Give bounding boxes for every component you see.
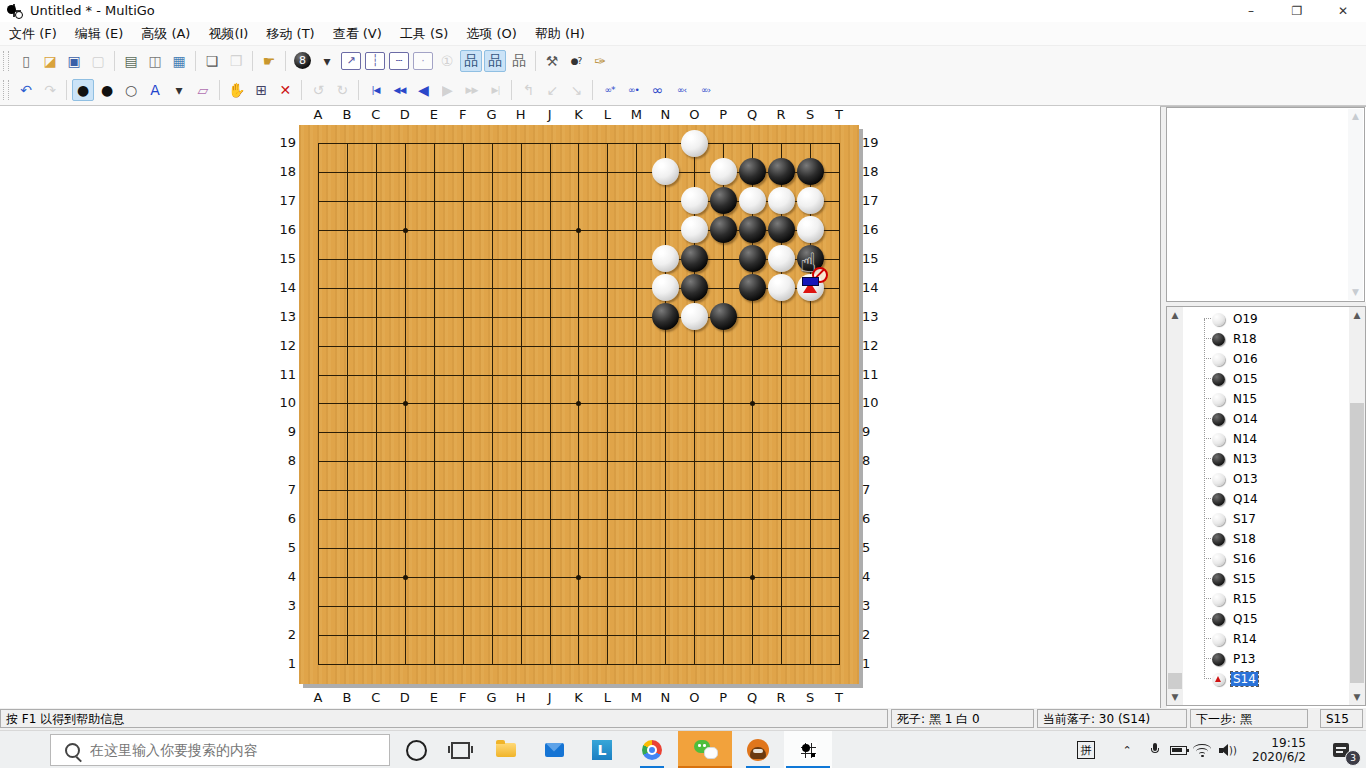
- coord-label: 3: [862, 598, 892, 613]
- coord-label: 4: [862, 569, 892, 584]
- coord-label: P: [715, 107, 731, 122]
- print-preview-button[interactable]: ◫: [144, 50, 166, 72]
- move-item-R14[interactable]: R14: [1183, 629, 1257, 649]
- menu-item-6[interactable]: 工具 (S): [391, 23, 458, 45]
- coord-label: 13: [262, 309, 296, 324]
- move-item-Q14[interactable]: Q14: [1183, 489, 1258, 509]
- coord-label: 8: [862, 453, 892, 468]
- comment-scrollbar[interactable]: ▲ ▼: [1348, 109, 1363, 300]
- coord-label: 4: [262, 569, 296, 584]
- coord-label: 13: [862, 309, 892, 324]
- coord-label: D: [397, 107, 413, 122]
- black-stone-icon: [1212, 613, 1225, 626]
- label-tool[interactable]: A: [144, 79, 166, 101]
- coord-label: 8: [262, 453, 296, 468]
- coord-label: R: [773, 690, 789, 705]
- clock[interactable]: 19:15 2020/6/2: [1240, 731, 1318, 768]
- move-item-O13[interactable]: O13: [1183, 469, 1258, 489]
- paste-button[interactable]: ❒: [225, 50, 247, 72]
- toolbar-separator: [535, 51, 536, 71]
- move-item-N13[interactable]: N13: [1183, 449, 1257, 469]
- nav-back-button[interactable]: ◀: [412, 79, 434, 101]
- title-bar: Untitled * - MultiGo – ❐ ✕: [0, 0, 1366, 22]
- move-item-O19[interactable]: O19: [1183, 309, 1258, 329]
- microphone-tray-button[interactable]: [1144, 731, 1166, 768]
- wechat-button[interactable]: [678, 731, 732, 768]
- move-tree-panel[interactable]: ▲ ▼ O19R18O16O15N15O14N14N13O13Q14S17S18…: [1166, 306, 1366, 706]
- scroll-up-icon[interactable]: ▲: [1348, 109, 1363, 124]
- stone-P13[interactable]: [710, 303, 737, 330]
- print-button[interactable]: ▤: [120, 50, 142, 72]
- coord-label: 18: [862, 164, 892, 179]
- stone-O14[interactable]: [681, 274, 708, 301]
- tree-connector: [1204, 678, 1211, 680]
- move-label: N13: [1233, 452, 1257, 466]
- coord-label: 15: [262, 251, 296, 266]
- grid-line: [839, 143, 840, 665]
- move-label: N14: [1233, 432, 1257, 446]
- move-label: S18: [1233, 532, 1256, 546]
- coord-label: R: [773, 107, 789, 122]
- cursor-blue-band: [802, 277, 819, 286]
- tools-button[interactable]: ⚒: [541, 50, 563, 72]
- find-button[interactable]: ∞: [646, 79, 668, 101]
- search-input[interactable]: [88, 741, 362, 759]
- task-view-button[interactable]: [440, 731, 480, 768]
- wechat-icon: [694, 740, 716, 760]
- toolbar-separator: [285, 51, 286, 71]
- volume-tray-button[interactable]: )): [1214, 731, 1240, 768]
- tray-time: 19:15: [1252, 736, 1306, 750]
- tree-connector: [1204, 478, 1211, 480]
- grid-line: [318, 490, 840, 491]
- board-half-vertical-button[interactable]: ┆: [365, 52, 385, 70]
- black-stone-icon: [1212, 493, 1225, 506]
- multigo-board-icon: [800, 742, 817, 759]
- coord-label: J: [542, 107, 558, 122]
- coord-label: 1: [262, 656, 296, 671]
- tree-connector: [1204, 418, 1211, 420]
- tree-connector: [1204, 498, 1211, 500]
- tree-connector: [1204, 598, 1211, 600]
- stone-R16[interactable]: [768, 216, 795, 243]
- move-item-N14[interactable]: N14: [1183, 429, 1257, 449]
- toolbar-standard: ▯◪▣▢▤◫▦❏❒☛8▾↗┆┄·①品品品⚒●?✑: [0, 46, 1366, 75]
- star-point: [576, 228, 581, 233]
- coord-label: L: [599, 107, 615, 122]
- move-label: S17: [1233, 512, 1256, 526]
- move-number-dropdown[interactable]: ▾: [316, 50, 338, 72]
- open-file-button[interactable]: ◪: [39, 50, 61, 72]
- move-label: R18: [1233, 332, 1257, 346]
- move-label: S15: [1233, 572, 1256, 586]
- grid-line: [318, 664, 840, 665]
- start-button[interactable]: [0, 731, 48, 768]
- black-stone-icon: [1212, 533, 1225, 546]
- multigo-taskbar-button[interactable]: [784, 731, 832, 768]
- white-stone-icon: [1212, 353, 1225, 366]
- white-stone-icon: [1212, 313, 1225, 326]
- taskbar-search[interactable]: [50, 734, 390, 766]
- toolbar-separator: [114, 51, 115, 71]
- grid-line: [318, 606, 840, 607]
- monkey-app-button[interactable]: [736, 731, 780, 768]
- stone-P18[interactable]: [710, 158, 737, 185]
- toolbar-separator: [592, 80, 593, 100]
- move-item-S18[interactable]: S18: [1183, 529, 1256, 549]
- coord-label: 5: [262, 540, 296, 555]
- move-item-O16[interactable]: O16: [1183, 349, 1258, 369]
- coord-label: 9: [862, 424, 892, 439]
- stone-R18[interactable]: [768, 158, 795, 185]
- scroll-up-icon[interactable]: ▲: [1167, 307, 1183, 323]
- scroll-up-icon[interactable]: ▲: [1349, 307, 1365, 323]
- move-label: O19: [1233, 312, 1258, 326]
- coord-label: 14: [262, 280, 296, 295]
- status-help-text: 按 F1 以得到帮助信息: [0, 709, 888, 728]
- notification-center-button[interactable]: 3: [1320, 731, 1362, 768]
- context-help-button[interactable]: ●?: [565, 50, 587, 72]
- nav-last-button[interactable]: ▶|: [484, 79, 506, 101]
- white-stone-icon: [1212, 633, 1225, 646]
- notification-badge: 3: [1345, 750, 1361, 766]
- black-stone-icon: [1212, 453, 1225, 466]
- undo-button[interactable]: ↶: [15, 79, 37, 101]
- menu-item-1[interactable]: 编辑 (E): [66, 23, 133, 45]
- scroll-down-icon[interactable]: ▼: [1348, 285, 1363, 300]
- menu-item-2[interactable]: 高级 (A): [132, 23, 199, 45]
- coord-label: 5: [862, 540, 892, 555]
- grid-line: [318, 519, 840, 520]
- stone-R14[interactable]: [768, 274, 795, 301]
- stone-P16[interactable]: [710, 216, 737, 243]
- folder-icon: [496, 743, 516, 757]
- coord-label: H: [513, 690, 529, 705]
- tree-connector: [1204, 458, 1211, 460]
- maximize-button[interactable]: ❐: [1274, 0, 1320, 22]
- speaker-icon: )): [1219, 744, 1235, 757]
- chevron-up-icon: ⌃: [1122, 744, 1131, 757]
- save-button[interactable]: ▣: [63, 50, 85, 72]
- white-stone-icon: [1212, 393, 1225, 406]
- menu-item-3[interactable]: 视频(I): [199, 23, 257, 45]
- toolbar-separator: [66, 80, 67, 100]
- nav-forward-fast-button[interactable]: ▶▶: [460, 79, 482, 101]
- move-item-Q15[interactable]: Q15: [1183, 609, 1258, 629]
- tree-connector: [1204, 538, 1211, 540]
- branch-prev-button[interactable]: ↙: [541, 79, 563, 101]
- stone-O16[interactable]: [681, 216, 708, 243]
- coord-label: O: [686, 690, 702, 705]
- nav-first-button[interactable]: |◀: [364, 79, 386, 101]
- stone-S17[interactable]: [797, 187, 824, 214]
- alternate-move-tool[interactable]: ●: [72, 79, 94, 101]
- new-file-button[interactable]: ▯: [15, 50, 37, 72]
- star-point: [750, 575, 755, 580]
- copy-button[interactable]: ❏: [201, 50, 223, 72]
- move-number-toggle[interactable]: 8: [291, 50, 314, 72]
- stone-Q17[interactable]: [739, 187, 766, 214]
- tray-expand-button[interactable]: ⌃: [1114, 731, 1140, 768]
- stone-O15[interactable]: [681, 245, 708, 272]
- move-item-N15[interactable]: N15: [1183, 389, 1257, 409]
- coord-label: P: [715, 690, 731, 705]
- coord-label: 11: [862, 367, 892, 382]
- wifi-icon: [1193, 744, 1211, 757]
- stone-Q18[interactable]: [739, 158, 766, 185]
- coord-label: K: [570, 107, 586, 122]
- grid-line: [318, 635, 840, 636]
- move-item-O15[interactable]: O15: [1183, 369, 1258, 389]
- cortana-icon: [406, 740, 427, 761]
- tree-connector: [1204, 358, 1211, 360]
- coord-label: K: [570, 690, 586, 705]
- find-next-button[interactable]: ∞›: [694, 79, 716, 101]
- scrollbar-thumb[interactable]: [1168, 673, 1182, 689]
- coord-label: 1: [862, 656, 892, 671]
- status-current-move: 当前落子: 30 (S14): [1037, 709, 1187, 728]
- menu-item-5[interactable]: 查看 (V): [324, 23, 391, 45]
- coord-label: O: [686, 107, 702, 122]
- menu-item-7[interactable]: 选项 (O): [457, 23, 526, 45]
- star-point: [750, 401, 755, 406]
- stone-O17[interactable]: [681, 187, 708, 214]
- minimize-button[interactable]: –: [1228, 0, 1274, 22]
- pan-tool[interactable]: ✋: [225, 79, 248, 101]
- ime-indicator[interactable]: 拼: [1072, 731, 1100, 768]
- find-move-number-button[interactable]: ∞*: [598, 79, 620, 101]
- stone-N14[interactable]: [652, 274, 679, 301]
- grid-line: [665, 143, 666, 665]
- close-button[interactable]: ✕: [1320, 0, 1366, 22]
- coord-label: 19: [862, 135, 892, 150]
- stone-S16[interactable]: [797, 216, 824, 243]
- show-move-one-button[interactable]: ①: [436, 50, 458, 72]
- triangle-marker-icon: [1215, 676, 1221, 682]
- coord-label: 19: [262, 135, 296, 150]
- coord-label: N: [657, 690, 673, 705]
- l-app-button[interactable]: L: [582, 731, 622, 768]
- star-point: [403, 575, 408, 580]
- coord-label: 14: [862, 280, 892, 295]
- move-item-R15[interactable]: R15: [1183, 589, 1257, 609]
- move-label: P13: [1233, 652, 1256, 666]
- menu-item-4[interactable]: 移动 (T): [257, 23, 323, 45]
- move-item-O14[interactable]: O14: [1183, 409, 1258, 429]
- multigo-app-icon[interactable]: [6, 3, 22, 19]
- coord-label: E: [426, 107, 442, 122]
- coord-label: T: [831, 690, 847, 705]
- wifi-tray-button[interactable]: [1190, 731, 1214, 768]
- tree-connector: [1204, 378, 1211, 380]
- toolbar-separator: [252, 51, 253, 71]
- move-list[interactable]: O19R18O16O15N15O14N14N13O13Q14S17S18S16S…: [1183, 307, 1349, 705]
- game-info-button[interactable]: ☛: [258, 50, 280, 72]
- board-half-horizontal-button[interactable]: ┄: [389, 52, 409, 70]
- coord-label: G: [484, 107, 500, 122]
- toolbar-grip[interactable]: [3, 51, 9, 71]
- coord-label: J: [542, 690, 558, 705]
- rotate-right-button[interactable]: ↻: [331, 79, 353, 101]
- star-point: [576, 401, 581, 406]
- label-dropdown[interactable]: ▾: [168, 79, 190, 101]
- status-next-player: 下一步: 黑: [1190, 709, 1308, 728]
- coord-label: 12: [862, 338, 892, 353]
- stone-N13[interactable]: [652, 303, 679, 330]
- toolbar-grip[interactable]: [3, 80, 9, 100]
- stone-Q16[interactable]: [739, 216, 766, 243]
- white-stone-icon: [1212, 593, 1225, 606]
- white-stone-tool[interactable]: ○: [120, 79, 142, 101]
- tree-left-scrollbar[interactable]: ▲ ▼: [1167, 307, 1183, 705]
- star-point: [403, 401, 408, 406]
- goto-move-button[interactable]: ↗: [341, 52, 361, 70]
- black-stone-tool[interactable]: ●: [96, 79, 118, 101]
- scrollbar-thumb[interactable]: [1350, 403, 1364, 683]
- move-label: R14: [1233, 632, 1257, 646]
- status-hover-point: S15: [1320, 709, 1363, 728]
- coord-label: C: [368, 107, 384, 122]
- coord-label: 11: [262, 367, 296, 382]
- move-item-P13[interactable]: P13: [1183, 649, 1256, 669]
- coord-label: 9: [262, 424, 296, 439]
- monkey-app-icon: [747, 739, 769, 761]
- branch-up-button[interactable]: ↰: [517, 79, 539, 101]
- coord-label: C: [368, 690, 384, 705]
- move-item-S14[interactable]: S14: [1183, 669, 1258, 689]
- tree-layout-toggle[interactable]: 品: [484, 50, 506, 72]
- move-number-toggle-icon: 8: [294, 52, 311, 69]
- coord-label: 7: [862, 482, 892, 497]
- battery-icon: [1170, 746, 1187, 755]
- nav-forward-button[interactable]: ▶: [436, 79, 458, 101]
- white-stone-icon: [1212, 473, 1225, 486]
- move-label: O16: [1233, 352, 1258, 366]
- move-label: O13: [1233, 472, 1258, 486]
- stone-Q15[interactable]: [739, 245, 766, 272]
- grid-line: [318, 461, 840, 462]
- board-quarter-button[interactable]: ·: [413, 52, 433, 70]
- tree-connector: [1204, 558, 1211, 560]
- black-stone-icon: [1212, 333, 1225, 346]
- coord-label: 10: [862, 395, 892, 410]
- toolbar-separator: [511, 80, 512, 100]
- cleanup-button[interactable]: ✑: [589, 50, 611, 72]
- microphone-icon: [1151, 743, 1159, 757]
- tree-connector: [1204, 398, 1211, 400]
- move-label: Q14: [1233, 492, 1258, 506]
- eraser-tool[interactable]: ▱: [192, 79, 214, 101]
- move-item-R18[interactable]: R18: [1183, 329, 1257, 349]
- setup-position-tool[interactable]: ⊞: [250, 79, 272, 101]
- tree-compact-button[interactable]: 品: [508, 50, 530, 72]
- coord-label: 12: [262, 338, 296, 353]
- save-as-button[interactable]: ▢: [87, 50, 109, 72]
- stone-N15[interactable]: [652, 245, 679, 272]
- coord-label: S: [802, 107, 818, 122]
- toolbar-edit-navigate: ↶↷●●○A▾▱✋⊞✕↺↻|◀◀◀◀▶▶▶▶|↰↙↘∞*∞•∞∞‹∞›: [0, 75, 1366, 106]
- tree-pane-toggle[interactable]: 品: [460, 50, 482, 72]
- stone-O19[interactable]: [681, 130, 708, 157]
- coord-label: 3: [262, 598, 296, 613]
- file-explorer-button[interactable]: [486, 731, 526, 768]
- coord-label: 6: [862, 511, 892, 526]
- grid-line: [636, 143, 637, 665]
- coord-label: 17: [262, 193, 296, 208]
- stone-Q14[interactable]: [739, 274, 766, 301]
- menu-item-8[interactable]: 帮助 (H): [526, 23, 594, 45]
- move-item-S16[interactable]: S16: [1183, 549, 1256, 569]
- stone-P17[interactable]: [710, 187, 737, 214]
- export-image-button[interactable]: ▦: [168, 50, 190, 72]
- move-item-S17[interactable]: S17: [1183, 509, 1256, 529]
- stone-R15[interactable]: [768, 245, 795, 272]
- coord-label: F: [455, 690, 471, 705]
- star-point: [403, 228, 408, 233]
- search-icon: [65, 743, 80, 758]
- tree-connector: [1204, 618, 1211, 620]
- coord-label: E: [426, 690, 442, 705]
- black-stone-icon: [1212, 413, 1225, 426]
- scroll-down-icon[interactable]: ▼: [1167, 689, 1183, 705]
- cortana-button[interactable]: [398, 731, 434, 768]
- coord-label: 6: [262, 511, 296, 526]
- comment-panel[interactable]: ▲ ▼: [1166, 107, 1365, 302]
- coord-label: 2: [262, 627, 296, 642]
- go-board-view[interactable]: 录制工具 KK 录像机 AABBCCDDEEFFGGHHJJKKLLMMNNOO…: [0, 106, 1160, 708]
- find-current-button[interactable]: ∞•: [622, 79, 644, 101]
- status-bar: 按 F1 以得到帮助信息 死子: 黑 1 白 0 当前落子: 30 (S14) …: [0, 708, 1366, 730]
- redo-button[interactable]: ↷: [39, 79, 61, 101]
- coord-label: S: [802, 690, 818, 705]
- chrome-button[interactable]: [630, 731, 674, 768]
- coord-label: G: [484, 690, 500, 705]
- tree-connector: [1204, 518, 1211, 520]
- black-stone-icon: [1212, 573, 1225, 586]
- stone-R17[interactable]: [768, 187, 795, 214]
- stone-O13[interactable]: [681, 303, 708, 330]
- coord-label: T: [831, 107, 847, 122]
- nav-back-fast-button[interactable]: ◀◀: [388, 79, 410, 101]
- coord-label: 16: [262, 222, 296, 237]
- move-label: N15: [1233, 392, 1257, 406]
- scroll-down-icon[interactable]: ▼: [1349, 689, 1365, 705]
- mail-button[interactable]: [534, 731, 574, 768]
- find-prev-button[interactable]: ∞‹: [670, 79, 692, 101]
- stone-S18[interactable]: [797, 158, 824, 185]
- coord-label: 17: [862, 193, 892, 208]
- move-label: R15: [1233, 592, 1257, 606]
- coord-label: F: [455, 107, 471, 122]
- branch-next-button[interactable]: ↘: [565, 79, 587, 101]
- rotate-left-button[interactable]: ↺: [307, 79, 329, 101]
- grid-line: [318, 548, 840, 549]
- coord-label: A: [310, 690, 326, 705]
- tree-right-scrollbar[interactable]: ▲ ▼: [1349, 307, 1365, 705]
- tree-connector: [1204, 338, 1211, 340]
- tree-connector: [1204, 658, 1211, 660]
- coord-label: D: [397, 690, 413, 705]
- move-item-S15[interactable]: S15: [1183, 569, 1256, 589]
- menu-item-0[interactable]: 文件 (F): [0, 23, 66, 45]
- battery-tray-button[interactable]: [1166, 731, 1190, 768]
- black-stone-icon: [1212, 373, 1225, 386]
- ime-pinyin-icon: 拼: [1077, 741, 1095, 759]
- delete-node-button[interactable]: ✕: [274, 79, 296, 101]
- toolbar-separator: [195, 51, 196, 71]
- coord-label: Q: [744, 690, 760, 705]
- taskbar: L 拼 ⌃ )) 19:15: [0, 730, 1366, 768]
